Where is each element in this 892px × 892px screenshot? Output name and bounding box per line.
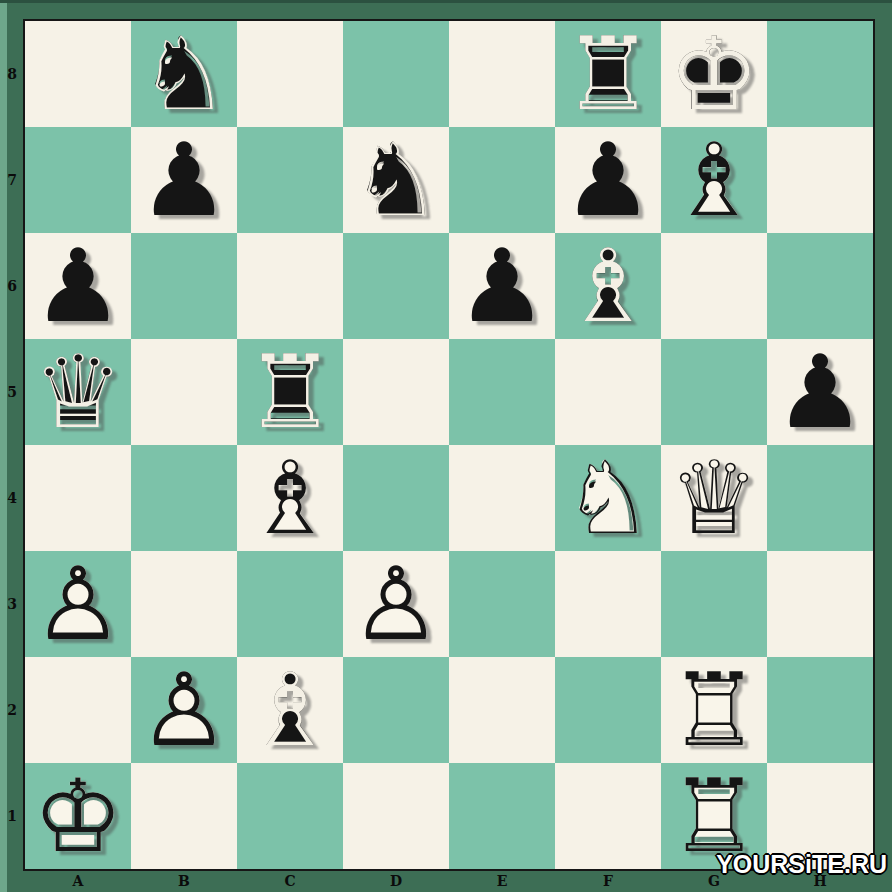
white-bishop-c4-icon: ♝♗ — [237, 445, 343, 551]
square-h4 — [767, 445, 873, 551]
black-knight-b8-icon: ♞♘ — [131, 21, 237, 127]
black-queen-a5-icon: ♛♕ — [25, 339, 131, 445]
square-e5 — [449, 339, 555, 445]
square-g5 — [661, 339, 767, 445]
white-knight-f4-icon: ♞♘ — [555, 445, 661, 551]
white-rook-g2-icon: ♜♖ — [661, 657, 767, 763]
square-e4 — [449, 445, 555, 551]
square-e2 — [449, 657, 555, 763]
rank-label-3: 3 — [4, 551, 20, 657]
black-pawn-f7-icon: ♟♙ — [555, 127, 661, 233]
square-e3 — [449, 551, 555, 657]
square-b2: ♟♙ — [131, 657, 237, 763]
square-c5: ♜♖ — [237, 339, 343, 445]
square-b1 — [131, 763, 237, 869]
black-bishop-c2-icon: ♝♗ — [237, 657, 343, 763]
square-f3 — [555, 551, 661, 657]
square-a8 — [25, 21, 131, 127]
square-a6: ♟♙ — [25, 233, 131, 339]
square-a5: ♛♕ — [25, 339, 131, 445]
square-g8: ♚♔ — [661, 21, 767, 127]
black-pawn-e6-icon: ♟♙ — [449, 233, 555, 339]
file-label-f: F — [555, 870, 661, 892]
square-f2 — [555, 657, 661, 763]
square-c8 — [237, 21, 343, 127]
square-c6 — [237, 233, 343, 339]
square-a4 — [25, 445, 131, 551]
rank-label-2: 2 — [4, 657, 20, 763]
square-h5: ♟♙ — [767, 339, 873, 445]
rank-label-5: 5 — [4, 339, 20, 445]
black-rook-f8-icon: ♜♖ — [555, 21, 661, 127]
square-d6 — [343, 233, 449, 339]
square-d3: ♟♙ — [343, 551, 449, 657]
black-king-g8-icon: ♚♔ — [661, 21, 767, 127]
rank-label-6: 6 — [4, 233, 20, 339]
square-e1 — [449, 763, 555, 869]
white-pawn-d3-icon: ♟♙ — [343, 551, 449, 657]
square-d8 — [343, 21, 449, 127]
square-b3 — [131, 551, 237, 657]
square-f6: ♝♗ — [555, 233, 661, 339]
square-d1 — [343, 763, 449, 869]
rank-label-1: 1 — [4, 763, 20, 869]
file-label-c: C — [237, 870, 343, 892]
white-king-a1-icon: ♚♔ — [25, 763, 131, 869]
square-g2: ♜♖ — [661, 657, 767, 763]
chessboard-frame: ♞♘♜♖♚♔♟♙♞♘♟♙♝♗♟♙♟♙♝♗♛♕♜♖♟♙♝♗♞♘♛♕♟♙♟♙♟♙♝♗… — [0, 0, 892, 892]
square-f4: ♞♘ — [555, 445, 661, 551]
square-e7 — [449, 127, 555, 233]
square-f5 — [555, 339, 661, 445]
square-h3 — [767, 551, 873, 657]
file-label-d: D — [343, 870, 449, 892]
white-pawn-a3-icon: ♟♙ — [25, 551, 131, 657]
square-h6 — [767, 233, 873, 339]
square-h2 — [767, 657, 873, 763]
file-label-e: E — [449, 870, 555, 892]
square-d7: ♞♘ — [343, 127, 449, 233]
square-d4 — [343, 445, 449, 551]
square-b6 — [131, 233, 237, 339]
square-a3: ♟♙ — [25, 551, 131, 657]
square-g4: ♛♕ — [661, 445, 767, 551]
black-pawn-a6-icon: ♟♙ — [25, 233, 131, 339]
black-pawn-h5-icon: ♟♙ — [767, 339, 873, 445]
square-f8: ♜♖ — [555, 21, 661, 127]
square-g7: ♝♗ — [661, 127, 767, 233]
square-a2 — [25, 657, 131, 763]
square-b8: ♞♘ — [131, 21, 237, 127]
file-label-b: B — [131, 870, 237, 892]
square-b7: ♟♙ — [131, 127, 237, 233]
white-pawn-b2-icon: ♟♙ — [131, 657, 237, 763]
square-c3 — [237, 551, 343, 657]
square-h7 — [767, 127, 873, 233]
square-c7 — [237, 127, 343, 233]
square-c1 — [237, 763, 343, 869]
square-a1: ♚♔ — [25, 763, 131, 869]
black-rook-c5-icon: ♜♖ — [237, 339, 343, 445]
square-c4: ♝♗ — [237, 445, 343, 551]
square-b5 — [131, 339, 237, 445]
square-b4 — [131, 445, 237, 551]
square-g6 — [661, 233, 767, 339]
rank-label-4: 4 — [4, 445, 20, 551]
white-bishop-g7-icon: ♝♗ — [661, 127, 767, 233]
chess-board: ♞♘♜♖♚♔♟♙♞♘♟♙♝♗♟♙♟♙♝♗♛♕♜♖♟♙♝♗♞♘♛♕♟♙♟♙♟♙♝♗… — [23, 19, 875, 871]
black-bishop-f6-icon: ♝♗ — [555, 233, 661, 339]
black-knight-d7-icon: ♞♘ — [343, 127, 449, 233]
white-queen-g4-icon: ♛♕ — [661, 445, 767, 551]
watermark: YOURSiTE.RU — [716, 850, 887, 879]
square-a7 — [25, 127, 131, 233]
rank-label-8: 8 — [4, 21, 20, 127]
black-pawn-b7-icon: ♟♙ — [131, 127, 237, 233]
file-label-a: A — [25, 870, 131, 892]
square-f1 — [555, 763, 661, 869]
square-f7: ♟♙ — [555, 127, 661, 233]
square-e6: ♟♙ — [449, 233, 555, 339]
square-c2: ♝♗ — [237, 657, 343, 763]
square-d5 — [343, 339, 449, 445]
square-e8 — [449, 21, 555, 127]
rank-label-7: 7 — [4, 127, 20, 233]
square-g3 — [661, 551, 767, 657]
square-h8 — [767, 21, 873, 127]
square-d2 — [343, 657, 449, 763]
